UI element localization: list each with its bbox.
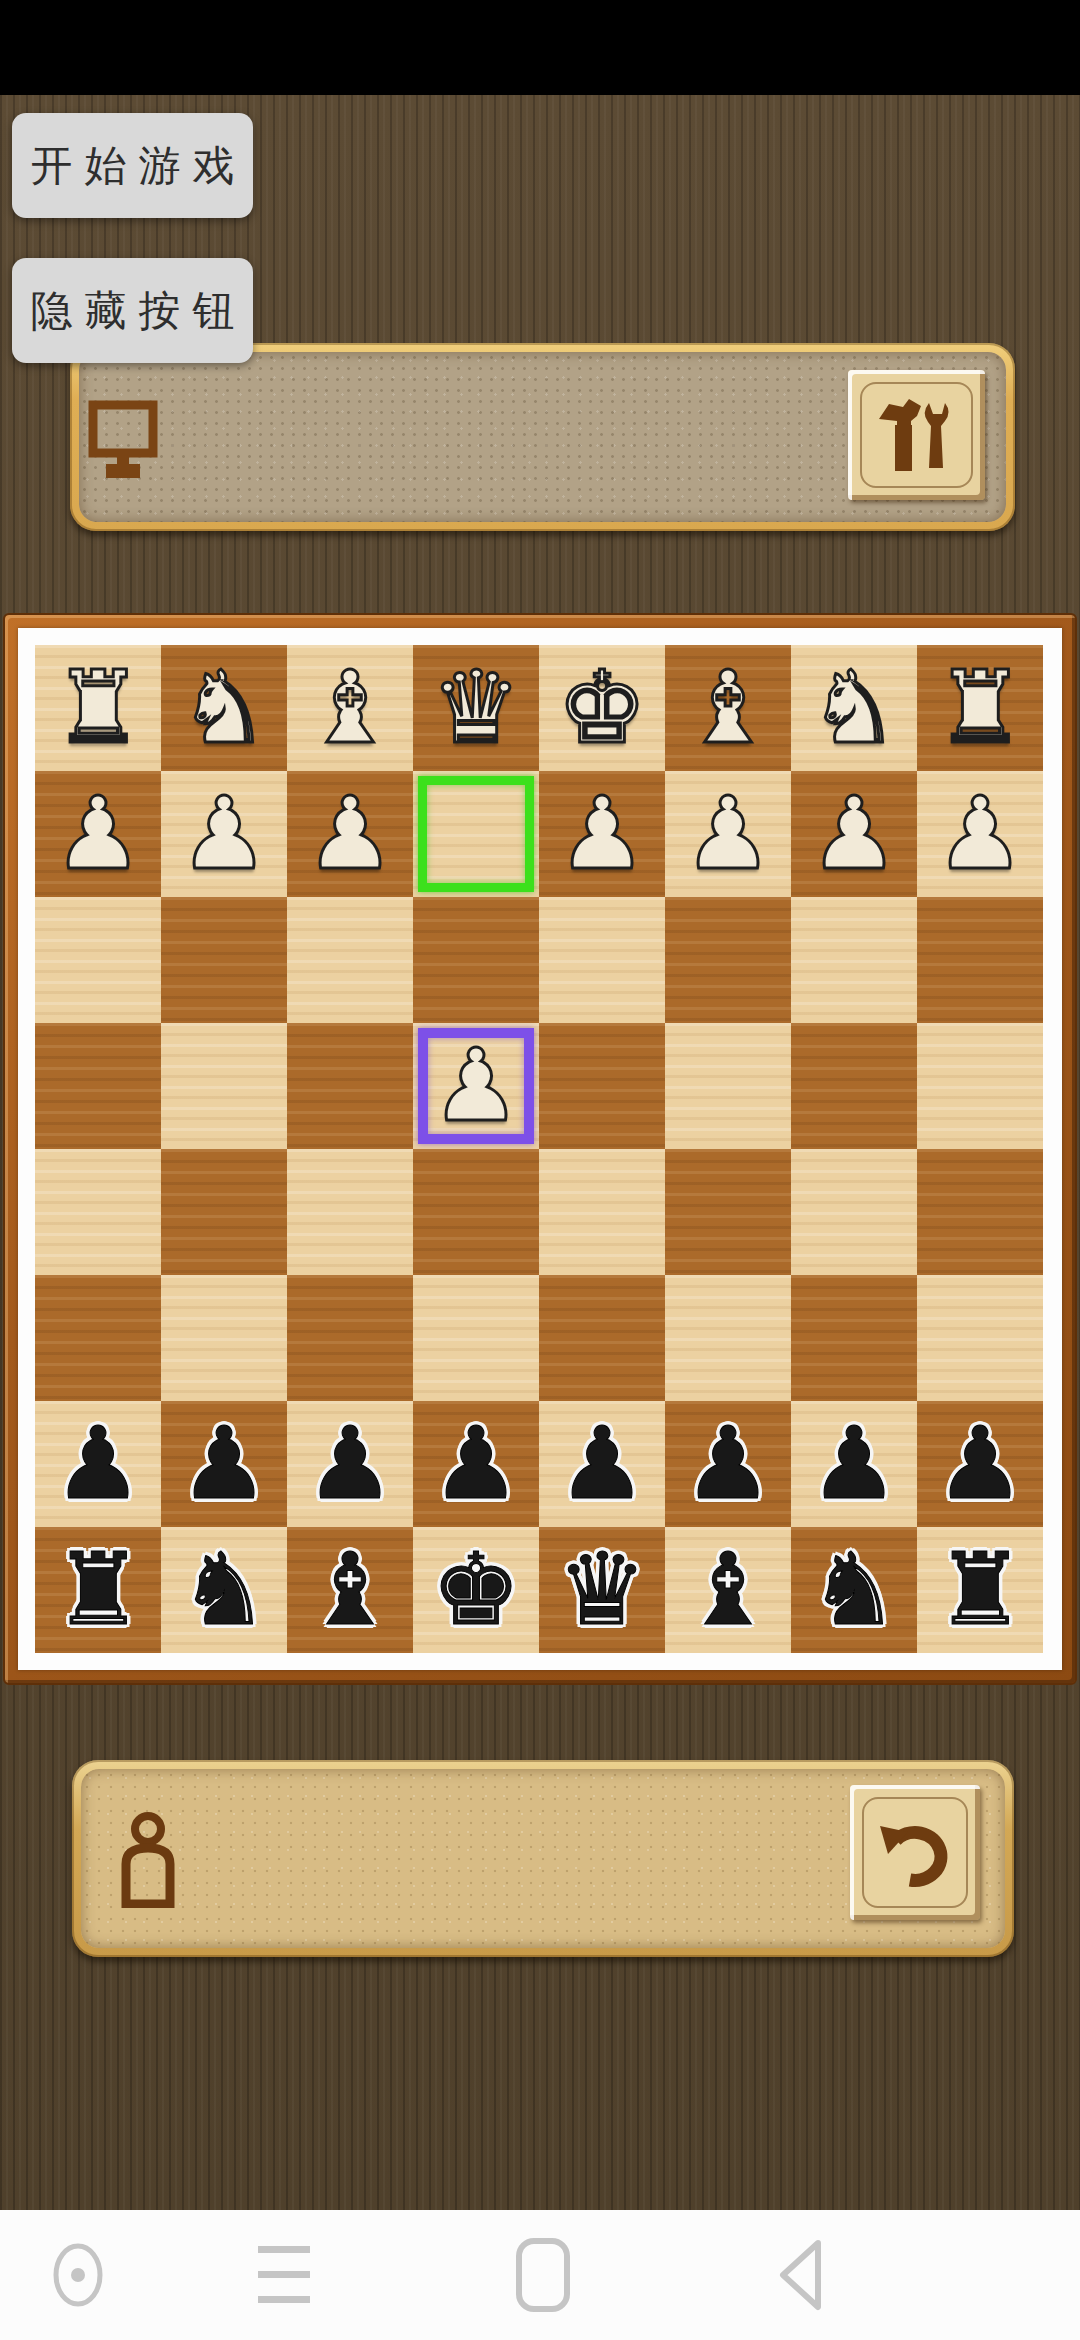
square-a1[interactable]: ♜	[35, 645, 161, 771]
square-h1[interactable]: ♜	[917, 645, 1043, 771]
status-bar	[0, 0, 1080, 95]
square-c5[interactable]	[287, 1149, 413, 1275]
square-c1[interactable]: ♝	[287, 645, 413, 771]
square-h6[interactable]	[917, 1275, 1043, 1401]
square-g5[interactable]	[791, 1149, 917, 1275]
square-f6[interactable]	[665, 1275, 791, 1401]
piece-black-rook[interactable]: ♜	[917, 1527, 1043, 1653]
square-f7[interactable]: ♟	[665, 1401, 791, 1527]
square-f3[interactable]	[665, 897, 791, 1023]
square-e4[interactable]	[539, 1023, 665, 1149]
square-a5[interactable]	[35, 1149, 161, 1275]
piece-white-queen[interactable]: ♛	[413, 645, 539, 771]
piece-white-pawn[interactable]: ♟	[917, 771, 1043, 897]
piece-black-knight[interactable]: ♞	[161, 1527, 287, 1653]
piece-white-bishop[interactable]: ♝	[665, 645, 791, 771]
square-d8[interactable]: ♚	[413, 1527, 539, 1653]
piece-black-rook[interactable]: ♜	[35, 1527, 161, 1653]
square-b1[interactable]: ♞	[161, 645, 287, 771]
piece-white-pawn[interactable]: ♟	[539, 771, 665, 897]
square-f5[interactable]	[665, 1149, 791, 1275]
circle-dot-nav-icon[interactable]	[51, 2240, 105, 2310]
home-nav-icon[interactable]	[515, 2237, 571, 2313]
piece-white-bishop[interactable]: ♝	[287, 645, 413, 771]
android-nav-bar	[0, 2210, 1080, 2340]
square-g4[interactable]	[791, 1023, 917, 1149]
hide-buttons-label: 隐藏按钮	[31, 283, 247, 339]
start-game-label: 开始游戏	[31, 138, 247, 194]
square-g8[interactable]: ♞	[791, 1527, 917, 1653]
square-d7[interactable]: ♟	[413, 1401, 539, 1527]
piece-black-queen[interactable]: ♛	[539, 1527, 665, 1653]
square-c4[interactable]	[287, 1023, 413, 1149]
menu-nav-icon[interactable]	[256, 2244, 312, 2306]
square-h8[interactable]: ♜	[917, 1527, 1043, 1653]
square-d5[interactable]	[413, 1149, 539, 1275]
piece-black-knight[interactable]: ♞	[791, 1527, 917, 1653]
square-e3[interactable]	[539, 897, 665, 1023]
square-d4[interactable]: ♟	[413, 1023, 539, 1149]
hide-buttons-button[interactable]: 隐藏按钮	[12, 258, 253, 363]
piece-white-knight[interactable]: ♞	[791, 645, 917, 771]
piece-white-pawn[interactable]: ♟	[413, 1023, 539, 1149]
piece-white-pawn[interactable]: ♟	[665, 771, 791, 897]
piece-black-king[interactable]: ♚	[413, 1527, 539, 1653]
square-f4[interactable]	[665, 1023, 791, 1149]
square-d2[interactable]	[413, 771, 539, 897]
piece-white-pawn[interactable]: ♟	[791, 771, 917, 897]
button-frame	[860, 382, 973, 488]
piece-white-knight[interactable]: ♞	[161, 645, 287, 771]
piece-white-pawn[interactable]: ♟	[35, 771, 161, 897]
piece-white-rook[interactable]: ♜	[917, 645, 1043, 771]
square-b7[interactable]: ♟	[161, 1401, 287, 1527]
square-d3[interactable]	[413, 897, 539, 1023]
square-e1[interactable]: ♚	[539, 645, 665, 771]
opponent-panel	[70, 343, 1015, 531]
square-e7[interactable]: ♟	[539, 1401, 665, 1527]
monitor-icon	[88, 400, 158, 482]
square-b2[interactable]: ♟	[161, 771, 287, 897]
chess-board-frame: ♜♞♝♛♚♝♞♜♟♟♟♟♟♟♟♟♟♟♟♟♟♟♟♟♜♞♝♚♛♝♞♜	[3, 613, 1077, 1685]
piece-black-bishop[interactable]: ♝	[665, 1527, 791, 1653]
square-b4[interactable]	[161, 1023, 287, 1149]
square-h4[interactable]	[917, 1023, 1043, 1149]
square-g7[interactable]: ♟	[791, 1401, 917, 1527]
person-icon	[116, 1812, 180, 1908]
piece-black-pawn[interactable]: ♟	[665, 1401, 791, 1527]
square-a2[interactable]: ♟	[35, 771, 161, 897]
square-f2[interactable]: ♟	[665, 771, 791, 897]
piece-black-pawn[interactable]: ♟	[791, 1401, 917, 1527]
square-g3[interactable]	[791, 897, 917, 1023]
square-h2[interactable]: ♟	[917, 771, 1043, 897]
square-a4[interactable]	[35, 1023, 161, 1149]
square-c6[interactable]	[287, 1275, 413, 1401]
square-a3[interactable]	[35, 897, 161, 1023]
square-e8[interactable]: ♛	[539, 1527, 665, 1653]
square-a6[interactable]	[35, 1275, 161, 1401]
settings-tools-button[interactable]	[848, 370, 985, 500]
square-c7[interactable]: ♟	[287, 1401, 413, 1527]
square-e6[interactable]	[539, 1275, 665, 1401]
square-c2[interactable]: ♟	[287, 771, 413, 897]
square-b6[interactable]	[161, 1275, 287, 1401]
square-d1[interactable]: ♛	[413, 645, 539, 771]
piece-white-rook[interactable]: ♜	[35, 645, 161, 771]
chess-board-inner-frame: ♜♞♝♛♚♝♞♜♟♟♟♟♟♟♟♟♟♟♟♟♟♟♟♟♜♞♝♚♛♝♞♜	[18, 628, 1062, 1670]
square-h3[interactable]	[917, 897, 1043, 1023]
square-g2[interactable]: ♟	[791, 771, 917, 897]
square-b3[interactable]	[161, 897, 287, 1023]
undo-button[interactable]	[850, 1785, 980, 1920]
square-c8[interactable]: ♝	[287, 1527, 413, 1653]
square-b8[interactable]: ♞	[161, 1527, 287, 1653]
phone-screen: ♜♞♝♛♚♝♞♜♟♟♟♟♟♟♟♟♟♟♟♟♟♟♟♟♜♞♝♚♛♝♞♜ 开始游戏 隐藏…	[0, 0, 1080, 2340]
piece-white-pawn[interactable]: ♟	[161, 771, 287, 897]
square-e5[interactable]	[539, 1149, 665, 1275]
square-a8[interactable]: ♜	[35, 1527, 161, 1653]
square-c3[interactable]	[287, 897, 413, 1023]
piece-white-king[interactable]: ♚	[539, 645, 665, 771]
square-a7[interactable]: ♟	[35, 1401, 161, 1527]
piece-black-bishop[interactable]: ♝	[287, 1527, 413, 1653]
piece-black-pawn[interactable]: ♟	[917, 1401, 1043, 1527]
piece-black-pawn[interactable]: ♟	[161, 1401, 287, 1527]
square-h7[interactable]: ♟	[917, 1401, 1043, 1527]
square-g1[interactable]: ♞	[791, 645, 917, 771]
button-frame	[862, 1797, 968, 1908]
start-game-button[interactable]: 开始游戏	[12, 113, 253, 218]
piece-black-pawn[interactable]: ♟	[287, 1401, 413, 1527]
piece-white-pawn[interactable]: ♟	[287, 771, 413, 897]
square-h5[interactable]	[917, 1149, 1043, 1275]
square-g6[interactable]	[791, 1275, 917, 1401]
square-b5[interactable]	[161, 1149, 287, 1275]
player-panel	[72, 1760, 1014, 1957]
back-nav-icon[interactable]	[774, 2237, 826, 2313]
piece-black-pawn[interactable]: ♟	[539, 1401, 665, 1527]
square-f1[interactable]: ♝	[665, 645, 791, 771]
piece-black-pawn[interactable]: ♟	[35, 1401, 161, 1527]
chess-board: ♜♞♝♛♚♝♞♜♟♟♟♟♟♟♟♟♟♟♟♟♟♟♟♟♜♞♝♚♛♝♞♜	[35, 645, 1043, 1653]
square-f8[interactable]: ♝	[665, 1527, 791, 1653]
square-e2[interactable]: ♟	[539, 771, 665, 897]
piece-black-pawn[interactable]: ♟	[413, 1401, 539, 1527]
square-d6[interactable]	[413, 1275, 539, 1401]
